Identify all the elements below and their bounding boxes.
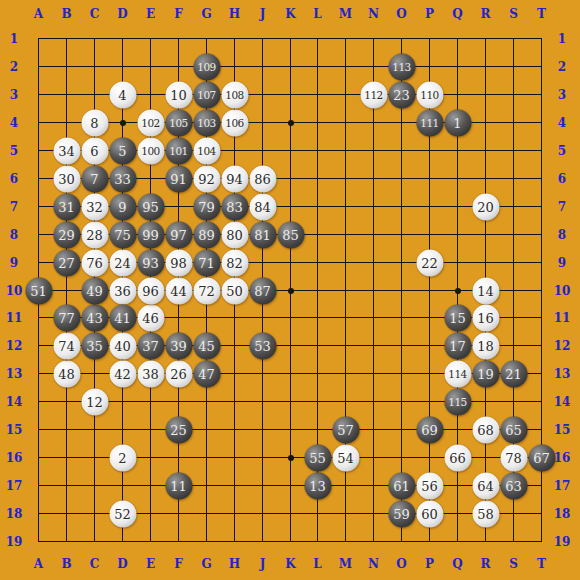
stone-white[interactable]: 48 xyxy=(53,360,80,387)
stone-white[interactable]: 18 xyxy=(472,332,499,359)
stone-white[interactable]: 74 xyxy=(53,332,80,359)
row-label-right: 10 xyxy=(554,284,571,298)
stone-white[interactable]: 82 xyxy=(221,249,248,276)
stone-black[interactable]: 39 xyxy=(165,332,192,359)
stone-black[interactable]: 49 xyxy=(81,277,108,304)
row-label-right: 5 xyxy=(558,144,566,158)
stone-black[interactable]: 9 xyxy=(109,193,136,220)
stone-white[interactable]: 12 xyxy=(81,388,108,415)
star-point xyxy=(288,288,294,294)
stone-white[interactable]: 6 xyxy=(81,137,108,164)
stone-black[interactable]: 33 xyxy=(109,165,136,192)
star-point xyxy=(455,288,461,294)
col-label-bottom: J xyxy=(260,557,266,571)
col-label-top: B xyxy=(61,7,71,21)
stone-black[interactable]: 111 xyxy=(416,109,443,136)
stone-black[interactable]: 55 xyxy=(304,444,331,471)
stone-black[interactable]: 23 xyxy=(388,81,415,108)
stone-black[interactable]: 99 xyxy=(137,221,164,248)
col-label-top: T xyxy=(537,7,546,21)
star-point xyxy=(288,120,294,126)
row-label-right: 6 xyxy=(558,172,566,186)
row-label-right: 7 xyxy=(558,200,566,214)
col-label-top: R xyxy=(481,7,491,21)
stone-black[interactable]: 79 xyxy=(193,193,220,220)
stone-white[interactable]: 106 xyxy=(221,109,248,136)
row-label-right: 16 xyxy=(554,451,571,465)
star-point xyxy=(120,120,126,126)
stone-white[interactable]: 10 xyxy=(165,81,192,108)
stone-black[interactable]: 53 xyxy=(249,332,276,359)
stone-black[interactable]: 103 xyxy=(193,109,220,136)
stone-black[interactable]: 59 xyxy=(388,500,415,527)
stone-black[interactable]: 13 xyxy=(304,472,331,499)
stone-white[interactable]: 64 xyxy=(472,472,499,499)
col-label-top: Q xyxy=(452,7,462,21)
stone-white[interactable]: 52 xyxy=(109,500,136,527)
stone-white[interactable]: 24 xyxy=(109,249,136,276)
col-label-bottom: R xyxy=(481,557,491,571)
row-label-right: 14 xyxy=(554,395,571,409)
row-label-left: 12 xyxy=(6,339,23,353)
stone-white[interactable]: 58 xyxy=(472,500,499,527)
col-label-top: D xyxy=(117,7,127,21)
stone-white[interactable]: 104 xyxy=(193,137,220,164)
stone-black[interactable]: 47 xyxy=(193,360,220,387)
stone-white[interactable]: 108 xyxy=(221,81,248,108)
stone-black[interactable]: 115 xyxy=(444,388,471,415)
stone-white[interactable]: 56 xyxy=(416,472,443,499)
col-label-bottom: K xyxy=(285,557,295,571)
row-label-left: 15 xyxy=(6,423,23,437)
stone-black[interactable]: 51 xyxy=(25,277,52,304)
row-label-right: 2 xyxy=(558,60,566,74)
grid-horizontal-line xyxy=(38,541,542,542)
stone-white[interactable]: 76 xyxy=(81,249,108,276)
stone-white[interactable]: 36 xyxy=(109,277,136,304)
col-label-top: A xyxy=(34,7,43,21)
stone-white[interactable]: 96 xyxy=(137,277,164,304)
stone-white[interactable]: 38 xyxy=(137,360,164,387)
col-label-bottom: D xyxy=(117,557,127,571)
row-label-right: 13 xyxy=(554,367,571,381)
grid-horizontal-line xyxy=(38,485,542,486)
stone-white[interactable]: 54 xyxy=(332,444,359,471)
stone-black[interactable]: 11 xyxy=(165,472,192,499)
stone-black[interactable]: 91 xyxy=(165,165,192,192)
col-label-top: C xyxy=(90,7,100,21)
row-label-left: 3 xyxy=(10,88,18,102)
stone-black[interactable]: 41 xyxy=(109,304,136,331)
col-label-bottom: H xyxy=(229,557,240,571)
stone-black[interactable]: 77 xyxy=(53,304,80,331)
stone-white[interactable]: 28 xyxy=(81,221,108,248)
stone-white[interactable]: 60 xyxy=(416,500,443,527)
stone-black[interactable]: 19 xyxy=(472,360,499,387)
col-label-bottom: E xyxy=(146,557,155,571)
col-label-top: L xyxy=(313,7,321,21)
stone-black[interactable]: 85 xyxy=(277,221,304,248)
stone-black[interactable]: 69 xyxy=(416,416,443,443)
row-label-left: 10 xyxy=(6,284,23,298)
row-label-left: 17 xyxy=(6,479,23,493)
col-label-bottom: C xyxy=(90,557,100,571)
row-label-left: 8 xyxy=(10,228,18,242)
stone-black[interactable]: 29 xyxy=(53,221,80,248)
col-label-bottom: O xyxy=(396,557,406,571)
stone-white[interactable]: 112 xyxy=(360,81,387,108)
col-label-bottom: F xyxy=(174,557,183,571)
stone-white[interactable]: 34 xyxy=(53,137,80,164)
stone-black[interactable]: 43 xyxy=(81,304,108,331)
stone-black[interactable]: 57 xyxy=(332,416,359,443)
col-label-top: E xyxy=(146,7,155,21)
row-label-left: 4 xyxy=(10,116,18,130)
row-label-right: 8 xyxy=(558,228,566,242)
col-label-bottom: Q xyxy=(452,557,462,571)
stone-white[interactable]: 110 xyxy=(416,81,443,108)
stone-black[interactable]: 107 xyxy=(193,81,220,108)
stone-black[interactable]: 113 xyxy=(388,53,415,80)
stone-white[interactable]: 50 xyxy=(221,277,248,304)
stone-white[interactable]: 72 xyxy=(193,277,220,304)
stone-white[interactable]: 42 xyxy=(109,360,136,387)
col-label-bottom: A xyxy=(34,557,43,571)
stone-white[interactable]: 102 xyxy=(137,109,164,136)
col-label-top: P xyxy=(425,7,434,21)
col-label-top: F xyxy=(174,7,183,21)
stone-white[interactable]: 100 xyxy=(137,137,164,164)
stone-white[interactable]: 98 xyxy=(165,249,192,276)
stone-black[interactable]: 109 xyxy=(193,53,220,80)
stone-black[interactable]: 7 xyxy=(81,165,108,192)
stone-black[interactable]: 65 xyxy=(500,416,527,443)
stone-black[interactable]: 75 xyxy=(109,221,136,248)
stone-black[interactable]: 95 xyxy=(137,193,164,220)
row-label-left: 1 xyxy=(10,32,18,46)
row-label-right: 1 xyxy=(558,32,566,46)
col-label-top: S xyxy=(509,7,518,21)
stone-white[interactable]: 32 xyxy=(81,193,108,220)
stone-black[interactable]: 87 xyxy=(249,277,276,304)
col-label-top: J xyxy=(260,7,266,21)
col-label-bottom: M xyxy=(339,557,352,571)
row-label-left: 9 xyxy=(10,256,18,270)
stone-black[interactable]: 71 xyxy=(193,249,220,276)
grid-horizontal-line xyxy=(38,429,542,430)
grid-vertical-line xyxy=(401,38,402,542)
col-label-top: G xyxy=(201,7,211,21)
stone-white[interactable]: 84 xyxy=(249,193,276,220)
col-label-bottom: P xyxy=(425,557,434,571)
row-label-left: 7 xyxy=(10,200,18,214)
col-label-bottom: G xyxy=(201,557,211,571)
stone-white[interactable]: 44 xyxy=(165,277,192,304)
stone-black[interactable]: 67 xyxy=(528,444,555,471)
stone-white[interactable]: 114 xyxy=(444,360,471,387)
row-label-left: 6 xyxy=(10,172,18,186)
stone-black[interactable]: 97 xyxy=(165,221,192,248)
go-game-diagram: AABBCCDDEEFFGGHHJJKKLLMMNNOOPPQQRRSSTT11… xyxy=(0,0,580,580)
col-label-bottom: L xyxy=(313,557,321,571)
stone-black[interactable]: 81 xyxy=(249,221,276,248)
stone-black[interactable]: 45 xyxy=(193,332,220,359)
stone-black[interactable]: 93 xyxy=(137,249,164,276)
stone-white[interactable]: 26 xyxy=(165,360,192,387)
col-label-bottom: S xyxy=(509,557,518,571)
stone-white[interactable]: 20 xyxy=(472,193,499,220)
stone-white[interactable]: 46 xyxy=(137,304,164,331)
row-label-right: 11 xyxy=(554,311,571,325)
stone-white[interactable]: 92 xyxy=(193,165,220,192)
stone-black[interactable]: 61 xyxy=(388,472,415,499)
star-point xyxy=(288,455,294,461)
stone-black[interactable]: 37 xyxy=(137,332,164,359)
stone-white[interactable]: 2 xyxy=(109,444,136,471)
stone-white[interactable]: 94 xyxy=(221,165,248,192)
row-label-left: 16 xyxy=(6,451,23,465)
col-label-top: N xyxy=(368,7,379,21)
row-label-left: 19 xyxy=(6,535,23,549)
row-label-left: 11 xyxy=(6,311,23,325)
stone-white[interactable]: 14 xyxy=(472,277,499,304)
stone-white[interactable]: 78 xyxy=(500,444,527,471)
stone-black[interactable]: 89 xyxy=(193,221,220,248)
stone-black[interactable]: 1 xyxy=(444,109,471,136)
stone-white[interactable]: 66 xyxy=(444,444,471,471)
stone-black[interactable]: 17 xyxy=(444,332,471,359)
col-label-bottom: N xyxy=(368,557,379,571)
stone-black[interactable]: 21 xyxy=(500,360,527,387)
grid-vertical-line xyxy=(373,38,374,542)
stone-white[interactable]: 30 xyxy=(53,165,80,192)
stone-white[interactable]: 68 xyxy=(472,416,499,443)
stone-black[interactable]: 101 xyxy=(165,137,192,164)
row-label-left: 13 xyxy=(6,367,23,381)
row-label-right: 17 xyxy=(554,479,571,493)
row-label-right: 19 xyxy=(554,535,571,549)
stone-black[interactable]: 63 xyxy=(500,472,527,499)
stone-white[interactable]: 16 xyxy=(472,304,499,331)
col-label-top: O xyxy=(396,7,406,21)
stone-white[interactable]: 4 xyxy=(109,81,136,108)
col-label-bottom: T xyxy=(537,557,546,571)
col-label-top: H xyxy=(229,7,240,21)
col-label-top: K xyxy=(285,7,295,21)
stone-black[interactable]: 25 xyxy=(165,416,192,443)
row-label-right: 18 xyxy=(554,507,571,521)
row-label-right: 15 xyxy=(554,423,571,437)
stone-black[interactable]: 15 xyxy=(444,304,471,331)
col-label-top: M xyxy=(339,7,352,21)
row-label-left: 18 xyxy=(6,507,23,521)
stone-black[interactable]: 31 xyxy=(53,193,80,220)
row-label-right: 9 xyxy=(558,256,566,270)
stone-black[interactable]: 5 xyxy=(109,137,136,164)
stone-black[interactable]: 35 xyxy=(81,332,108,359)
stone-white[interactable]: 40 xyxy=(109,332,136,359)
row-label-right: 3 xyxy=(558,88,566,102)
stone-white[interactable]: 86 xyxy=(249,165,276,192)
stone-white[interactable]: 80 xyxy=(221,221,248,248)
row-label-left: 14 xyxy=(6,395,23,409)
col-label-bottom: B xyxy=(61,557,71,571)
row-label-left: 5 xyxy=(10,144,18,158)
row-label-right: 4 xyxy=(558,116,566,130)
stone-white[interactable]: 8 xyxy=(81,109,108,136)
stone-white[interactable]: 22 xyxy=(416,249,443,276)
stone-black[interactable]: 105 xyxy=(165,109,192,136)
row-label-left: 2 xyxy=(10,60,18,74)
stone-black[interactable]: 27 xyxy=(53,249,80,276)
row-label-right: 12 xyxy=(554,339,571,353)
stone-black[interactable]: 83 xyxy=(221,193,248,220)
